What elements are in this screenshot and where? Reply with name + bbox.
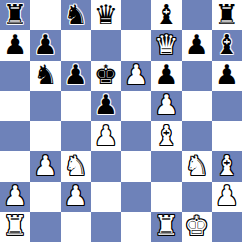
square-f3[interactable] xyxy=(151,151,181,181)
square-f6[interactable]: ♟ xyxy=(151,61,181,91)
square-a4[interactable] xyxy=(0,121,30,151)
square-d8[interactable]: ♛ xyxy=(91,0,121,30)
square-e4[interactable] xyxy=(121,121,151,151)
square-d1[interactable] xyxy=(91,212,121,242)
piece-black-knight[interactable]: ♞ xyxy=(64,1,88,28)
piece-black-pawn[interactable]: ♟ xyxy=(185,31,209,58)
piece-white-pawn[interactable]: ♟ xyxy=(3,182,27,209)
square-f7[interactable]: ♛ xyxy=(151,30,181,60)
square-e1[interactable] xyxy=(121,212,151,242)
square-b7[interactable]: ♟ xyxy=(30,30,60,60)
square-f8[interactable]: ♝ xyxy=(151,0,181,30)
square-b2[interactable] xyxy=(30,182,60,212)
piece-black-bishop[interactable]: ♝ xyxy=(215,31,239,58)
piece-white-king[interactable]: ♚ xyxy=(185,212,209,239)
square-g8[interactable] xyxy=(182,0,212,30)
square-g3[interactable]: ♞ xyxy=(182,151,212,181)
square-c1[interactable] xyxy=(61,212,91,242)
square-h7[interactable]: ♝ xyxy=(212,30,242,60)
square-e8[interactable] xyxy=(121,0,151,30)
piece-black-pawn[interactable]: ♟ xyxy=(3,31,27,58)
piece-white-pawn[interactable]: ♟ xyxy=(154,91,178,118)
square-c6[interactable]: ♟ xyxy=(61,61,91,91)
piece-black-bishop[interactable]: ♝ xyxy=(154,1,178,28)
square-c2[interactable]: ♟ xyxy=(61,182,91,212)
piece-white-knight[interactable]: ♞ xyxy=(64,152,88,179)
square-h6[interactable]: ♟ xyxy=(212,61,242,91)
piece-white-rook[interactable]: ♜ xyxy=(3,212,27,239)
square-g7[interactable]: ♟ xyxy=(182,30,212,60)
square-b3[interactable]: ♟ xyxy=(30,151,60,181)
square-a7[interactable]: ♟ xyxy=(0,30,30,60)
piece-black-pawn[interactable]: ♟ xyxy=(64,61,88,88)
piece-white-bishop[interactable]: ♝ xyxy=(215,152,239,179)
square-e7[interactable] xyxy=(121,30,151,60)
square-b5[interactable] xyxy=(30,91,60,121)
square-g4[interactable] xyxy=(182,121,212,151)
square-c4[interactable] xyxy=(61,121,91,151)
square-c7[interactable] xyxy=(61,30,91,60)
square-g6[interactable] xyxy=(182,61,212,91)
square-g5[interactable] xyxy=(182,91,212,121)
square-e6[interactable]: ♟ xyxy=(121,61,151,91)
square-b8[interactable] xyxy=(30,0,60,30)
square-c8[interactable]: ♞ xyxy=(61,0,91,30)
square-f1[interactable]: ♜ xyxy=(151,212,181,242)
square-b1[interactable] xyxy=(30,212,60,242)
piece-white-queen[interactable]: ♛ xyxy=(154,31,178,58)
piece-black-pawn[interactable]: ♟ xyxy=(94,91,118,118)
square-b4[interactable] xyxy=(30,121,60,151)
square-h2[interactable]: ♟ xyxy=(212,182,242,212)
piece-white-pawn[interactable]: ♟ xyxy=(215,182,239,209)
square-a6[interactable] xyxy=(0,61,30,91)
square-c3[interactable]: ♞ xyxy=(61,151,91,181)
square-c5[interactable] xyxy=(61,91,91,121)
square-d3[interactable] xyxy=(91,151,121,181)
piece-black-rook[interactable]: ♜ xyxy=(3,1,27,28)
square-f2[interactable] xyxy=(151,182,181,212)
piece-black-pawn[interactable]: ♟ xyxy=(154,61,178,88)
square-g1[interactable]: ♚ xyxy=(182,212,212,242)
chess-board: ♜♞♛♝♜♟♟♛♟♝♞♟♚♟♟♟♟♟♟♝♟♞♞♝♟♟♟♜♜♚ xyxy=(0,0,242,242)
square-h1[interactable] xyxy=(212,212,242,242)
piece-white-bishop[interactable]: ♝ xyxy=(154,122,178,149)
square-d2[interactable] xyxy=(91,182,121,212)
piece-black-king[interactable]: ♚ xyxy=(94,61,118,88)
square-e2[interactable] xyxy=(121,182,151,212)
square-d4[interactable]: ♟ xyxy=(91,121,121,151)
square-d5[interactable]: ♟ xyxy=(91,91,121,121)
square-g2[interactable] xyxy=(182,182,212,212)
square-h4[interactable] xyxy=(212,121,242,151)
square-a1[interactable]: ♜ xyxy=(0,212,30,242)
piece-white-rook[interactable]: ♜ xyxy=(154,212,178,239)
square-e3[interactable] xyxy=(121,151,151,181)
piece-white-pawn[interactable]: ♟ xyxy=(94,122,118,149)
piece-white-pawn[interactable]: ♟ xyxy=(124,61,148,88)
square-a3[interactable] xyxy=(0,151,30,181)
piece-white-pawn[interactable]: ♟ xyxy=(33,152,57,179)
piece-black-queen[interactable]: ♛ xyxy=(94,1,118,28)
piece-black-pawn[interactable]: ♟ xyxy=(215,61,239,88)
square-f4[interactable]: ♝ xyxy=(151,121,181,151)
square-h5[interactable] xyxy=(212,91,242,121)
square-a5[interactable] xyxy=(0,91,30,121)
piece-black-rook[interactable]: ♜ xyxy=(215,1,239,28)
piece-black-pawn[interactable]: ♟ xyxy=(33,31,57,58)
square-d7[interactable] xyxy=(91,30,121,60)
piece-white-pawn[interactable]: ♟ xyxy=(64,182,88,209)
square-b6[interactable]: ♞ xyxy=(30,61,60,91)
piece-white-knight[interactable]: ♞ xyxy=(185,152,209,179)
square-a8[interactable]: ♜ xyxy=(0,0,30,30)
square-h3[interactable]: ♝ xyxy=(212,151,242,181)
square-f5[interactable]: ♟ xyxy=(151,91,181,121)
square-a2[interactable]: ♟ xyxy=(0,182,30,212)
square-d6[interactable]: ♚ xyxy=(91,61,121,91)
square-h8[interactable]: ♜ xyxy=(212,0,242,30)
piece-black-knight[interactable]: ♞ xyxy=(33,61,57,88)
square-e5[interactable] xyxy=(121,91,151,121)
